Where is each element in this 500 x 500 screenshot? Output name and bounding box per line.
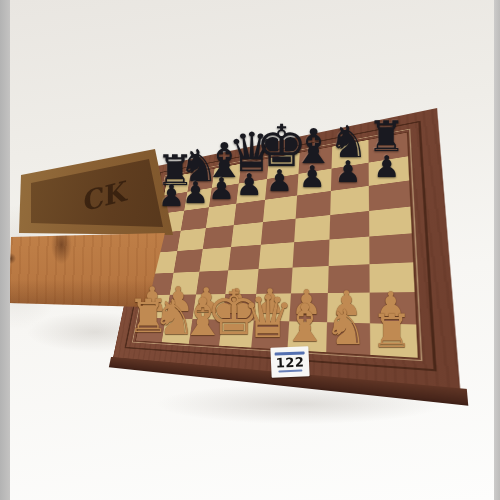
piece-black-pawn[interactable]: ♟ — [158, 181, 185, 211]
square-e4[interactable] — [259, 242, 294, 268]
square-d5[interactable] — [231, 222, 263, 247]
square-e5[interactable] — [261, 218, 295, 244]
piece-black-pawn[interactable]: ♟ — [266, 166, 293, 196]
lot-label: 122 — [270, 346, 309, 378]
square-h5[interactable] — [368, 206, 411, 236]
piece-black-pawn[interactable]: ♟ — [208, 174, 235, 204]
piece-black-pawn[interactable]: ♟ — [236, 170, 263, 200]
piece-white-knight[interactable]: ♞ — [325, 303, 368, 351]
square-f5[interactable] — [294, 215, 331, 243]
square-g4[interactable] — [329, 237, 369, 266]
square-c5[interactable] — [203, 225, 234, 249]
pillarbox-left — [0, 0, 10, 500]
square-d4[interactable] — [228, 245, 261, 270]
square-c4[interactable] — [199, 247, 230, 271]
square-g5[interactable] — [329, 211, 368, 240]
piece-black-pawn[interactable]: ♟ — [374, 152, 401, 182]
square-h4[interactable] — [369, 233, 413, 264]
square-f4[interactable] — [292, 240, 329, 268]
piece-white-rook[interactable]: ♜ — [371, 308, 412, 354]
label-footer-line — [278, 369, 302, 372]
pillarbox-right — [494, 0, 500, 500]
auction-photo-scene: CK ♜♞♝♛♚♝♞♜♟♟♟♟♟♟♟♟♟♟♟♟♟♟♟♟♜♞♝♚♛♝♞♜ 122 — [0, 0, 500, 500]
piece-black-pawn[interactable]: ♟ — [182, 178, 209, 208]
piece-black-pawn[interactable]: ♟ — [335, 157, 362, 187]
piece-white-bishop[interactable]: ♝ — [282, 297, 329, 349]
piece-black-pawn[interactable]: ♟ — [299, 162, 326, 192]
lot-number: 122 — [275, 355, 304, 369]
